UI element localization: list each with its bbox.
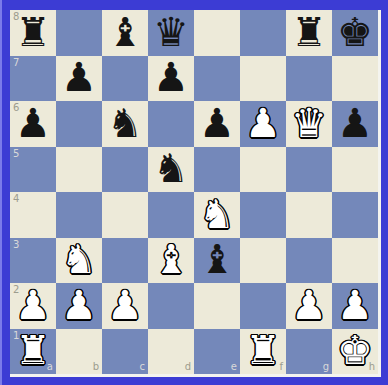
square-c5[interactable] [102,147,148,193]
square-c8[interactable]: ♝ [102,10,148,56]
white-rook[interactable]: ♜ [245,330,281,370]
square-h1[interactable]: h♚ [332,329,378,375]
black-rook[interactable]: ♜ [291,12,327,52]
white-pawn[interactable]: ♟ [15,285,51,325]
square-b3[interactable]: ♞ [56,238,102,284]
chess-board: 8♜♝♛♜♚7♟♟6♟♞♟♟♛♟5♞4♞3♞♝♝2♟♟♟♟♟1a♜bcdef♜g… [10,10,378,374]
square-a4[interactable]: 4 [10,192,56,238]
square-e1[interactable]: e [194,329,240,375]
black-bishop[interactable]: ♝ [107,12,143,52]
white-rook[interactable]: ♜ [15,330,51,370]
square-b8[interactable] [56,10,102,56]
square-a7[interactable]: 7 [10,56,56,102]
square-a6[interactable]: 6♟ [10,101,56,147]
black-pawn[interactable]: ♟ [337,103,373,143]
black-knight[interactable]: ♞ [153,148,189,188]
square-g3[interactable] [286,238,332,284]
square-e4[interactable]: ♞ [194,192,240,238]
black-pawn[interactable]: ♟ [153,57,189,97]
file-label-e: e [231,362,237,372]
square-h7[interactable] [332,56,378,102]
square-b5[interactable] [56,147,102,193]
file-label-d: d [185,362,191,372]
white-knight[interactable]: ♞ [61,239,97,279]
square-f1[interactable]: f♜ [240,329,286,375]
white-pawn[interactable]: ♟ [107,285,143,325]
square-c4[interactable] [102,192,148,238]
square-g2[interactable]: ♟ [286,283,332,329]
square-e5[interactable] [194,147,240,193]
file-label-g: g [323,362,329,372]
square-e6[interactable]: ♟ [194,101,240,147]
square-f2[interactable] [240,283,286,329]
white-queen[interactable]: ♛ [291,103,327,143]
square-d2[interactable] [148,283,194,329]
square-g6[interactable]: ♛ [286,101,332,147]
black-king[interactable]: ♚ [337,12,373,52]
square-g5[interactable] [286,147,332,193]
square-b2[interactable]: ♟ [56,283,102,329]
black-pawn[interactable]: ♟ [199,103,235,143]
square-c2[interactable]: ♟ [102,283,148,329]
square-c1[interactable]: c [102,329,148,375]
square-b7[interactable]: ♟ [56,56,102,102]
square-h5[interactable] [332,147,378,193]
black-knight[interactable]: ♞ [107,103,143,143]
white-knight[interactable]: ♞ [199,194,235,234]
square-e3[interactable]: ♝ [194,238,240,284]
rank-label-5: 5 [13,149,19,159]
square-f8[interactable] [240,10,286,56]
square-b1[interactable]: b [56,329,102,375]
square-h6[interactable]: ♟ [332,101,378,147]
square-d6[interactable] [148,101,194,147]
square-d5[interactable]: ♞ [148,147,194,193]
square-f4[interactable] [240,192,286,238]
square-a2[interactable]: 2♟ [10,283,56,329]
white-pawn[interactable]: ♟ [245,103,281,143]
black-pawn[interactable]: ♟ [15,103,51,143]
square-a3[interactable]: 3 [10,238,56,284]
square-c3[interactable] [102,238,148,284]
board-frame: 8♜♝♛♜♚7♟♟6♟♞♟♟♛♟5♞4♞3♞♝♝2♟♟♟♟♟1a♜bcdef♜g… [0,0,388,385]
square-a1[interactable]: 1a♜ [10,329,56,375]
square-g8[interactable]: ♜ [286,10,332,56]
square-f7[interactable] [240,56,286,102]
white-king[interactable]: ♚ [337,330,373,370]
white-pawn[interactable]: ♟ [291,285,327,325]
square-d4[interactable] [148,192,194,238]
square-f5[interactable] [240,147,286,193]
black-queen[interactable]: ♛ [153,12,189,52]
board-edge: 8♜♝♛♜♚7♟♟6♟♞♟♟♛♟5♞4♞3♞♝♝2♟♟♟♟♟1a♜bcdef♜g… [10,10,381,377]
rank-label-7: 7 [13,58,19,68]
rank-label-4: 4 [13,194,19,204]
file-label-c: c [140,362,146,372]
square-c7[interactable] [102,56,148,102]
square-e8[interactable] [194,10,240,56]
white-pawn[interactable]: ♟ [61,285,97,325]
square-h3[interactable] [332,238,378,284]
square-a5[interactable]: 5 [10,147,56,193]
square-g1[interactable]: g [286,329,332,375]
file-label-b: b [93,362,99,372]
square-e2[interactable] [194,283,240,329]
square-h8[interactable]: ♚ [332,10,378,56]
square-d1[interactable]: d [148,329,194,375]
square-b4[interactable] [56,192,102,238]
black-pawn[interactable]: ♟ [61,57,97,97]
white-pawn[interactable]: ♟ [337,285,373,325]
square-d8[interactable]: ♛ [148,10,194,56]
square-f6[interactable]: ♟ [240,101,286,147]
square-d7[interactable]: ♟ [148,56,194,102]
square-h4[interactable] [332,192,378,238]
black-rook[interactable]: ♜ [15,12,51,52]
square-c6[interactable]: ♞ [102,101,148,147]
square-e7[interactable] [194,56,240,102]
square-g4[interactable] [286,192,332,238]
rank-label-3: 3 [13,240,19,250]
square-d3[interactable]: ♝ [148,238,194,284]
black-bishop[interactable]: ♝ [199,239,235,279]
square-g7[interactable] [286,56,332,102]
square-f3[interactable] [240,238,286,284]
white-bishop[interactable]: ♝ [153,239,189,279]
square-h2[interactable]: ♟ [332,283,378,329]
square-b6[interactable] [56,101,102,147]
square-a8[interactable]: 8♜ [10,10,56,56]
